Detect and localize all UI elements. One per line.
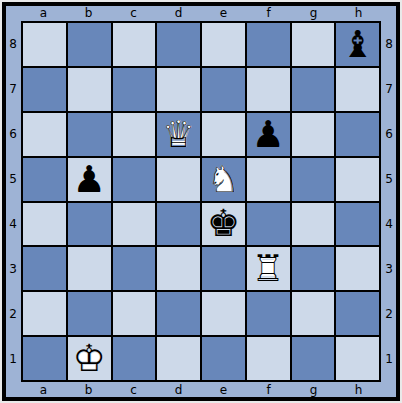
file-label-e: e [201, 5, 246, 21]
file-label-a: a [21, 5, 66, 21]
file-label-d: d [156, 382, 201, 398]
square-e5[interactable]: ♞♘ [202, 158, 245, 201]
piece-glyph: ♚ [202, 203, 245, 246]
square-h6[interactable] [336, 113, 379, 156]
square-c3[interactable] [113, 247, 156, 290]
square-c5[interactable] [113, 158, 156, 201]
chess-diagram: abcdefgh abcdefgh 87654321 87654321 ♝♛♕♟… [0, 0, 402, 403]
square-g5[interactable] [292, 158, 335, 201]
piece-outline: ♘ [202, 158, 245, 201]
square-g8[interactable] [292, 23, 335, 66]
square-e8[interactable] [202, 23, 245, 66]
square-f1[interactable] [247, 337, 290, 380]
square-a3[interactable] [23, 247, 66, 290]
square-b7[interactable] [68, 68, 111, 111]
square-d6[interactable]: ♛♕ [157, 113, 200, 156]
file-label-c: c [111, 382, 156, 398]
square-c8[interactable] [113, 23, 156, 66]
square-b5[interactable]: ♟ [68, 158, 111, 201]
square-d3[interactable] [157, 247, 200, 290]
rank-label-5: 5 [5, 156, 21, 201]
square-g2[interactable] [292, 292, 335, 335]
square-b6[interactable] [68, 113, 111, 156]
piece-glyph: ♟ [68, 158, 111, 201]
square-g4[interactable] [292, 203, 335, 246]
piece-outline: ♔ [68, 337, 111, 380]
white-queen-piece: ♛♕ [157, 113, 200, 156]
rank-label-5: 5 [381, 156, 397, 201]
rank-label-4: 4 [381, 202, 397, 247]
piece-glyph: ♟ [247, 113, 290, 156]
square-e2[interactable] [202, 292, 245, 335]
square-f8[interactable] [247, 23, 290, 66]
square-d4[interactable] [157, 203, 200, 246]
square-h5[interactable] [336, 158, 379, 201]
file-label-a: a [21, 382, 66, 398]
square-b4[interactable] [68, 203, 111, 246]
square-a4[interactable] [23, 203, 66, 246]
white-king-piece: ♚♔ [68, 337, 111, 380]
square-g6[interactable] [292, 113, 335, 156]
square-d1[interactable] [157, 337, 200, 380]
square-c7[interactable] [113, 68, 156, 111]
black-pawn-piece: ♟ [247, 113, 290, 156]
file-label-g: g [291, 5, 336, 21]
rank-label-6: 6 [5, 111, 21, 156]
square-b8[interactable] [68, 23, 111, 66]
square-f7[interactable] [247, 68, 290, 111]
chess-board: ♝♛♕♟♟♞♘♚♜♖♚♔ [21, 21, 381, 382]
square-d2[interactable] [157, 292, 200, 335]
square-h4[interactable] [336, 203, 379, 246]
rank-label-6: 6 [381, 111, 397, 156]
square-a5[interactable] [23, 158, 66, 201]
square-e7[interactable] [202, 68, 245, 111]
rank-label-7: 7 [5, 66, 21, 111]
white-knight-piece: ♞♘ [202, 158, 245, 201]
rank-label-3: 3 [381, 247, 397, 292]
rank-labels-right: 87654321 [381, 21, 397, 382]
rank-label-8: 8 [5, 21, 21, 66]
black-bishop-piece: ♝ [336, 23, 379, 66]
rank-labels-left: 87654321 [5, 21, 21, 382]
square-f3[interactable]: ♜♖ [247, 247, 290, 290]
square-h2[interactable] [336, 292, 379, 335]
square-e1[interactable] [202, 337, 245, 380]
file-label-b: b [66, 5, 111, 21]
rank-label-2: 2 [381, 292, 397, 337]
piece-outline: ♕ [157, 113, 200, 156]
file-label-g: g [291, 382, 336, 398]
square-b3[interactable] [68, 247, 111, 290]
square-g3[interactable] [292, 247, 335, 290]
black-pawn-piece: ♟ [68, 158, 111, 201]
square-e4[interactable]: ♚ [202, 203, 245, 246]
square-g7[interactable] [292, 68, 335, 111]
file-labels-top: abcdefgh [21, 5, 381, 21]
square-e3[interactable] [202, 247, 245, 290]
square-g1[interactable] [292, 337, 335, 380]
square-c2[interactable] [113, 292, 156, 335]
square-d5[interactable] [157, 158, 200, 201]
square-a8[interactable] [23, 23, 66, 66]
file-label-c: c [111, 5, 156, 21]
square-a2[interactable] [23, 292, 66, 335]
file-label-h: h [336, 5, 381, 21]
piece-outline: ♖ [247, 247, 290, 290]
rank-label-3: 3 [5, 247, 21, 292]
rank-label-8: 8 [381, 21, 397, 66]
square-e6[interactable] [202, 113, 245, 156]
square-b2[interactable] [68, 292, 111, 335]
file-label-b: b [66, 382, 111, 398]
rank-label-1: 1 [381, 337, 397, 382]
rank-label-4: 4 [5, 202, 21, 247]
square-c6[interactable] [113, 113, 156, 156]
square-d7[interactable] [157, 68, 200, 111]
rank-label-1: 1 [5, 337, 21, 382]
file-labels-bottom: abcdefgh [21, 382, 381, 398]
rank-label-2: 2 [5, 292, 21, 337]
square-c4[interactable] [113, 203, 156, 246]
square-f4[interactable] [247, 203, 290, 246]
file-label-d: d [156, 5, 201, 21]
piece-glyph: ♝ [336, 23, 379, 66]
square-f5[interactable] [247, 158, 290, 201]
square-h8[interactable]: ♝ [336, 23, 379, 66]
file-label-f: f [246, 382, 291, 398]
square-h7[interactable] [336, 68, 379, 111]
square-a6[interactable] [23, 113, 66, 156]
file-label-f: f [246, 5, 291, 21]
file-label-e: e [201, 382, 246, 398]
square-h1[interactable] [336, 337, 379, 380]
rank-label-7: 7 [381, 66, 397, 111]
square-b1[interactable]: ♚♔ [68, 337, 111, 380]
square-f6[interactable]: ♟ [247, 113, 290, 156]
square-f2[interactable] [247, 292, 290, 335]
square-h3[interactable] [336, 247, 379, 290]
black-king-piece: ♚ [202, 203, 245, 246]
white-rook-piece: ♜♖ [247, 247, 290, 290]
square-c1[interactable] [113, 337, 156, 380]
square-a1[interactable] [23, 337, 66, 380]
file-label-h: h [336, 382, 381, 398]
square-d8[interactable] [157, 23, 200, 66]
square-a7[interactable] [23, 68, 66, 111]
